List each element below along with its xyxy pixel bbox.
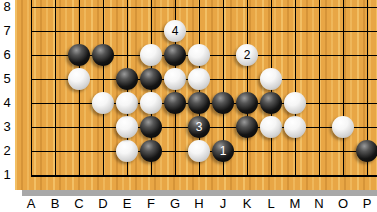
white-stone-H2 xyxy=(188,140,210,162)
row-label-4: 4 xyxy=(0,94,14,112)
col-label-K: K xyxy=(237,196,257,212)
col-label-A: A xyxy=(21,196,41,212)
row-label-7: 7 xyxy=(0,22,14,40)
col-label-J: J xyxy=(213,196,233,212)
grid-line-row-1 xyxy=(31,175,377,177)
white-stone-G5 xyxy=(164,68,186,90)
col-label-E: E xyxy=(117,196,137,212)
white-stone-F6 xyxy=(140,44,162,66)
col-label-G: G xyxy=(165,196,185,212)
row-label-2: 2 xyxy=(0,142,14,160)
black-stone-L4 xyxy=(260,92,282,114)
white-stone-F4 xyxy=(140,92,162,114)
white-stone-L5 xyxy=(260,68,282,90)
col-label-F: F xyxy=(141,196,161,212)
black-stone-E5 xyxy=(116,68,138,90)
move-number-label: 4 xyxy=(172,24,179,38)
col-label-C: C xyxy=(69,196,89,212)
black-stone-K4 xyxy=(236,92,258,114)
white-stone-O3 xyxy=(332,116,354,138)
white-stone-H6 xyxy=(188,44,210,66)
white-stone-D4 xyxy=(92,92,114,114)
white-stone-E3 xyxy=(116,116,138,138)
grid-line-row-7 xyxy=(31,31,377,32)
move-number-label: 2 xyxy=(244,48,251,62)
col-label-H: H xyxy=(189,196,209,212)
grid-line-row-8 xyxy=(31,7,377,8)
black-stone-C6 xyxy=(68,44,90,66)
col-label-B: B xyxy=(45,196,65,212)
row-label-8: 8 xyxy=(0,0,14,16)
black-stone-F3 xyxy=(140,116,162,138)
black-stone-P2 xyxy=(356,140,377,162)
black-stone-J2: 1 xyxy=(212,140,234,162)
row-label-1: 1 xyxy=(0,166,14,184)
col-label-D: D xyxy=(93,196,113,212)
black-stone-F2 xyxy=(140,140,162,162)
col-label-O: O xyxy=(333,196,353,212)
row-label-3: 3 xyxy=(0,118,14,136)
white-stone-L3 xyxy=(260,116,282,138)
white-stone-K6: 2 xyxy=(236,44,258,66)
col-label-L: L xyxy=(261,196,281,212)
col-label-N: N xyxy=(309,196,329,212)
black-stone-F5 xyxy=(140,68,162,90)
white-stone-G7: 4 xyxy=(164,20,186,42)
row-label-5: 5 xyxy=(0,70,14,88)
white-stone-H5 xyxy=(188,68,210,90)
white-stone-E4 xyxy=(116,92,138,114)
white-stone-C5 xyxy=(68,68,90,90)
white-stone-E2 xyxy=(116,140,138,162)
move-number-label: 1 xyxy=(220,144,227,158)
go-app-screen: 3142 87654321 ABCDEFGHJKLMNOP xyxy=(0,0,377,212)
white-stone-M3 xyxy=(284,116,306,138)
black-stone-H4 xyxy=(188,92,210,114)
black-stone-H3: 3 xyxy=(188,116,210,138)
move-number-label: 3 xyxy=(196,120,203,134)
black-stone-J4 xyxy=(212,92,234,114)
go-board[interactable]: 3142 xyxy=(15,0,377,190)
row-label-6: 6 xyxy=(0,46,14,64)
black-stone-D6 xyxy=(92,44,114,66)
black-stone-G6 xyxy=(164,44,186,66)
col-label-P: P xyxy=(357,196,377,212)
black-stone-G4 xyxy=(164,92,186,114)
black-stone-K3 xyxy=(236,116,258,138)
col-label-M: M xyxy=(285,196,305,212)
white-stone-M4 xyxy=(284,92,306,114)
